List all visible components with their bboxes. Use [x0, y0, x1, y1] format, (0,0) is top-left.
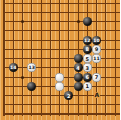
go-board: 1234567891011121314A	[0, 0, 120, 120]
black-stone	[83, 17, 92, 26]
white-stone-move-5: 5	[83, 54, 92, 63]
grid-line-horizontal	[3, 104, 121, 105]
black-stone-move-10: 10	[92, 36, 101, 45]
black-stone	[74, 73, 83, 82]
black-stone-move-4: 4	[74, 63, 83, 72]
point-marker-a: A	[94, 92, 100, 98]
black-stone-move-8: 8	[83, 45, 92, 54]
black-stone-move-12: 12	[83, 36, 92, 45]
grid-line-horizontal	[3, 40, 121, 41]
black-stone	[74, 82, 83, 91]
hoshi-dot	[77, 20, 80, 23]
white-stone-move-9: 9	[92, 45, 101, 54]
grid-line-horizontal	[3, 3, 121, 4]
hoshi-dot	[21, 76, 24, 79]
black-stone	[27, 82, 36, 91]
white-stone-move-7: 7	[92, 73, 101, 82]
white-stone	[55, 82, 64, 91]
hoshi-dot	[21, 20, 24, 23]
black-stone-move-14: 14	[9, 63, 18, 72]
black-stone	[74, 54, 83, 63]
white-stone	[55, 73, 64, 82]
grid-line-horizontal	[3, 49, 121, 50]
grid-line-horizontal	[3, 30, 121, 31]
grid-line-horizontal	[3, 67, 121, 68]
white-stone-move-11: 11	[92, 54, 101, 63]
board-bottom-edge-line	[3, 113, 121, 115]
white-stone-move-1: 1	[83, 82, 92, 91]
black-stone-move-6: 6	[83, 73, 92, 82]
grid-line-horizontal	[3, 95, 121, 96]
grid-line-horizontal	[3, 12, 121, 13]
white-stone-move-3: 3	[83, 63, 92, 72]
grid-line-horizontal	[3, 58, 121, 59]
white-stone-move-13: 13	[27, 63, 36, 72]
black-stone-move-2: 2	[64, 91, 73, 100]
